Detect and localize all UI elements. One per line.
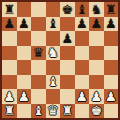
black-pawn-piece: ♟ xyxy=(18,17,30,30)
square-g1[interactable]: ♚ xyxy=(89,104,104,119)
white-pawn-piece: ♟ xyxy=(18,89,30,102)
white-pawn-piece: ♟ xyxy=(105,89,117,102)
white-king-piece: ♚ xyxy=(90,104,102,117)
square-a3[interactable] xyxy=(2,75,17,90)
square-c5[interactable]: ♛ xyxy=(31,46,46,61)
square-e6[interactable]: ♟ xyxy=(60,31,75,46)
square-b2[interactable]: ♟ xyxy=(17,89,32,104)
white-bishop-piece: ♝ xyxy=(47,75,59,88)
square-d6[interactable] xyxy=(46,31,61,46)
square-g5[interactable] xyxy=(89,46,104,61)
white-knight-piece: ♞ xyxy=(47,46,59,59)
square-f6[interactable] xyxy=(75,31,90,46)
square-e3[interactable] xyxy=(60,75,75,90)
black-pawn-piece: ♟ xyxy=(90,17,102,30)
square-g3[interactable] xyxy=(89,75,104,90)
square-d1[interactable]: ♛ xyxy=(46,104,61,119)
black-king-piece: ♚ xyxy=(61,2,73,15)
square-a2[interactable]: ♟ xyxy=(2,89,17,104)
square-e4[interactable] xyxy=(60,60,75,75)
square-f4[interactable] xyxy=(75,60,90,75)
square-d2[interactable] xyxy=(46,89,61,104)
square-c4[interactable] xyxy=(31,60,46,75)
square-e2[interactable] xyxy=(60,89,75,104)
white-rook-piece: ♜ xyxy=(3,104,15,117)
square-a6[interactable] xyxy=(2,31,17,46)
white-pawn-piece: ♟ xyxy=(90,89,102,102)
white-bishop-piece: ♝ xyxy=(32,104,44,117)
square-a8[interactable]: ♜ xyxy=(2,2,17,17)
black-pawn-piece: ♟ xyxy=(3,17,15,30)
white-pawn-piece: ♟ xyxy=(3,89,15,102)
square-g8[interactable]: ♞ xyxy=(89,2,104,17)
black-bishop-piece: ♝ xyxy=(76,2,88,15)
black-bishop-piece: ♝ xyxy=(47,17,59,30)
black-pawn-piece: ♟ xyxy=(105,17,117,30)
square-c2[interactable] xyxy=(31,89,46,104)
square-h5[interactable] xyxy=(104,46,119,61)
white-rook-piece: ♜ xyxy=(61,104,73,117)
square-f2[interactable]: ♟ xyxy=(75,89,90,104)
square-e1[interactable]: ♜ xyxy=(60,104,75,119)
black-rook-piece: ♜ xyxy=(3,2,15,15)
square-b7[interactable]: ♟ xyxy=(17,17,32,32)
square-d4[interactable] xyxy=(46,60,61,75)
square-h1[interactable] xyxy=(104,104,119,119)
square-d3[interactable]: ♝ xyxy=(46,75,61,90)
square-f7[interactable]: ♟ xyxy=(75,17,90,32)
square-a1[interactable]: ♜ xyxy=(2,104,17,119)
black-rook-piece: ♜ xyxy=(105,2,117,15)
chess-board: ♜♚♝♞♜♟♟♝♟♟♟♟♛♞♝♟♟♟♟♟♜♝♛♜♚ xyxy=(0,0,120,120)
black-pawn-piece: ♟ xyxy=(76,17,88,30)
black-knight-piece: ♞ xyxy=(90,2,102,15)
square-b5[interactable] xyxy=(17,46,32,61)
square-e7[interactable] xyxy=(60,17,75,32)
square-g6[interactable] xyxy=(89,31,104,46)
square-b6[interactable] xyxy=(17,31,32,46)
square-h4[interactable] xyxy=(104,60,119,75)
square-d7[interactable]: ♝ xyxy=(46,17,61,32)
square-a7[interactable]: ♟ xyxy=(2,17,17,32)
square-f8[interactable]: ♝ xyxy=(75,2,90,17)
square-b4[interactable] xyxy=(17,60,32,75)
square-f1[interactable] xyxy=(75,104,90,119)
square-e5[interactable] xyxy=(60,46,75,61)
square-g4[interactable] xyxy=(89,60,104,75)
square-c7[interactable] xyxy=(31,17,46,32)
square-b8[interactable] xyxy=(17,2,32,17)
square-a5[interactable] xyxy=(2,46,17,61)
square-c3[interactable] xyxy=(31,75,46,90)
square-h6[interactable] xyxy=(104,31,119,46)
square-h2[interactable]: ♟ xyxy=(104,89,119,104)
black-pawn-piece: ♟ xyxy=(61,31,73,44)
square-f3[interactable] xyxy=(75,75,90,90)
square-h7[interactable]: ♟ xyxy=(104,17,119,32)
square-h3[interactable] xyxy=(104,75,119,90)
square-h8[interactable]: ♜ xyxy=(104,2,119,17)
square-b3[interactable] xyxy=(17,75,32,90)
white-pawn-piece: ♟ xyxy=(76,89,88,102)
square-f5[interactable] xyxy=(75,46,90,61)
square-b1[interactable] xyxy=(17,104,32,119)
square-c8[interactable] xyxy=(31,2,46,17)
square-g2[interactable]: ♟ xyxy=(89,89,104,104)
square-c1[interactable]: ♝ xyxy=(31,104,46,119)
square-d8[interactable] xyxy=(46,2,61,17)
square-e8[interactable]: ♚ xyxy=(60,2,75,17)
white-queen-piece: ♛ xyxy=(47,104,59,117)
square-g7[interactable]: ♟ xyxy=(89,17,104,32)
square-c6[interactable] xyxy=(31,31,46,46)
square-d5[interactable]: ♞ xyxy=(46,46,61,61)
black-queen-piece: ♛ xyxy=(32,46,44,59)
square-a4[interactable] xyxy=(2,60,17,75)
